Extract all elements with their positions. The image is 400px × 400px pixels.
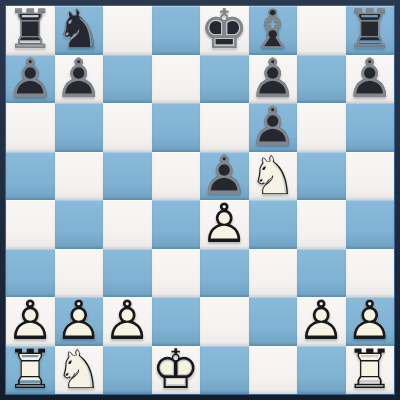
square-g1[interactable] [297,346,346,395]
square-f4[interactable] [249,200,298,249]
white-pawn-glyph: ♟ [200,200,249,249]
piece-white-king[interactable]: ♚♔ [152,346,201,395]
piece-white-rook[interactable]: ♜♖ [6,346,55,395]
square-g6[interactable] [297,103,346,152]
piece-white-pawn[interactable]: ♟♙ [346,297,395,346]
square-d3[interactable] [152,249,201,298]
white-pawn-outline: ♙ [55,297,104,346]
square-d6[interactable] [152,103,201,152]
white-knight-outline: ♘ [249,152,298,201]
black-knight-glyph: ♞ [55,6,104,55]
white-pawn-outline: ♙ [297,297,346,346]
piece-black-pawn[interactable]: ♟♙ [200,152,249,201]
chess-board: ♜♖♞♘♚♔♝♗♜♖♟♙♟♙♟♙♟♙♟♙♟♙♞♘♟♙♟♙♟♙♟♙♟♙♟♙♜♖♞♘… [6,6,394,394]
piece-white-pawn[interactable]: ♟♙ [297,297,346,346]
white-pawn-outline: ♙ [103,297,152,346]
black-pawn-glyph: ♟ [6,55,55,104]
square-e6[interactable] [200,103,249,152]
square-c2[interactable]: ♟♙ [103,297,152,346]
black-rook-outline: ♖ [346,6,395,55]
square-f6[interactable]: ♟♙ [249,103,298,152]
white-pawn-glyph: ♟ [55,297,104,346]
square-g2[interactable]: ♟♙ [297,297,346,346]
square-d5[interactable] [152,152,201,201]
black-pawn-glyph: ♟ [249,103,298,152]
piece-black-pawn[interactable]: ♟♙ [55,55,104,104]
square-c6[interactable] [103,103,152,152]
square-h1[interactable]: ♜♖ [346,346,395,395]
square-f2[interactable] [249,297,298,346]
black-pawn-outline: ♙ [346,55,395,104]
square-d4[interactable] [152,200,201,249]
square-a7[interactable]: ♟♙ [6,55,55,104]
piece-white-knight[interactable]: ♞♘ [55,346,104,395]
square-d1[interactable]: ♚♔ [152,346,201,395]
piece-white-pawn[interactable]: ♟♙ [103,297,152,346]
white-pawn-glyph: ♟ [297,297,346,346]
black-pawn-outline: ♙ [249,55,298,104]
piece-black-pawn[interactable]: ♟♙ [6,55,55,104]
piece-black-pawn[interactable]: ♟♙ [249,103,298,152]
white-rook-glyph: ♜ [6,346,55,395]
white-knight-glyph: ♞ [249,152,298,201]
square-e7[interactable] [200,55,249,104]
square-h2[interactable]: ♟♙ [346,297,395,346]
square-b5[interactable] [55,152,104,201]
square-a6[interactable] [6,103,55,152]
piece-black-bishop[interactable]: ♝♗ [249,6,298,55]
square-a2[interactable]: ♟♙ [6,297,55,346]
square-g3[interactable] [297,249,346,298]
square-a8[interactable]: ♜♖ [6,6,55,55]
square-d8[interactable] [152,6,201,55]
black-pawn-outline: ♙ [200,152,249,201]
white-rook-outline: ♖ [6,346,55,395]
white-pawn-glyph: ♟ [346,297,395,346]
square-e5[interactable]: ♟♙ [200,152,249,201]
piece-black-rook[interactable]: ♜♖ [6,6,55,55]
square-e2[interactable] [200,297,249,346]
white-pawn-outline: ♙ [6,297,55,346]
black-rook-outline: ♖ [6,6,55,55]
square-a5[interactable] [6,152,55,201]
white-pawn-outline: ♙ [346,297,395,346]
square-a4[interactable] [6,200,55,249]
square-b8[interactable]: ♞♘ [55,6,104,55]
black-king-glyph: ♚ [200,6,249,55]
square-d7[interactable] [152,55,201,104]
square-f7[interactable]: ♟♙ [249,55,298,104]
white-knight-outline: ♘ [55,346,104,395]
square-a3[interactable] [6,249,55,298]
square-e4[interactable]: ♟♙ [200,200,249,249]
square-b4[interactable] [55,200,104,249]
square-e1[interactable] [200,346,249,395]
square-e8[interactable]: ♚♔ [200,6,249,55]
black-bishop-glyph: ♝ [249,6,298,55]
square-c5[interactable] [103,152,152,201]
square-c7[interactable] [103,55,152,104]
black-pawn-glyph: ♟ [200,152,249,201]
white-pawn-glyph: ♟ [6,297,55,346]
white-rook-glyph: ♜ [346,346,395,395]
square-f3[interactable] [249,249,298,298]
black-rook-glyph: ♜ [346,6,395,55]
square-h5[interactable] [346,152,395,201]
piece-white-pawn[interactable]: ♟♙ [6,297,55,346]
square-h8[interactable]: ♜♖ [346,6,395,55]
black-rook-glyph: ♜ [6,6,55,55]
square-d2[interactable] [152,297,201,346]
black-pawn-glyph: ♟ [249,55,298,104]
square-c8[interactable] [103,6,152,55]
square-g7[interactable] [297,55,346,104]
piece-white-pawn[interactable]: ♟♙ [200,200,249,249]
square-h7[interactable]: ♟♙ [346,55,395,104]
square-g5[interactable] [297,152,346,201]
black-bishop-outline: ♗ [249,6,298,55]
black-knight-outline: ♘ [55,6,104,55]
square-c1[interactable] [103,346,152,395]
piece-white-rook[interactable]: ♜♖ [346,346,395,395]
square-b3[interactable] [55,249,104,298]
square-h6[interactable] [346,103,395,152]
piece-black-pawn[interactable]: ♟♙ [249,55,298,104]
piece-black-knight[interactable]: ♞♘ [55,6,104,55]
black-king-outline: ♔ [200,6,249,55]
black-pawn-outline: ♙ [6,55,55,104]
piece-white-knight[interactable]: ♞♘ [249,152,298,201]
board-frame: ♜♖♞♘♚♔♝♗♜♖♟♙♟♙♟♙♟♙♟♙♟♙♞♘♟♙♟♙♟♙♟♙♟♙♟♙♜♖♞♘… [0,0,400,400]
square-f8[interactable]: ♝♗ [249,6,298,55]
white-rook-outline: ♖ [346,346,395,395]
square-f5[interactable]: ♞♘ [249,152,298,201]
square-a1[interactable]: ♜♖ [6,346,55,395]
square-b1[interactable]: ♞♘ [55,346,104,395]
square-g8[interactable] [297,6,346,55]
piece-black-rook[interactable]: ♜♖ [346,6,395,55]
square-b2[interactable]: ♟♙ [55,297,104,346]
black-pawn-glyph: ♟ [346,55,395,104]
square-f1[interactable] [249,346,298,395]
square-h3[interactable] [346,249,395,298]
white-king-outline: ♔ [152,346,201,395]
square-c3[interactable] [103,249,152,298]
square-g4[interactable] [297,200,346,249]
black-pawn-outline: ♙ [55,55,104,104]
black-pawn-glyph: ♟ [55,55,104,104]
white-pawn-glyph: ♟ [103,297,152,346]
piece-white-pawn[interactable]: ♟♙ [55,297,104,346]
square-h4[interactable] [346,200,395,249]
piece-black-pawn[interactable]: ♟♙ [346,55,395,104]
white-king-glyph: ♚ [152,346,201,395]
square-b7[interactable]: ♟♙ [55,55,104,104]
square-e3[interactable] [200,249,249,298]
white-pawn-outline: ♙ [200,200,249,249]
white-knight-glyph: ♞ [55,346,104,395]
piece-black-king[interactable]: ♚♔ [200,6,249,55]
square-b6[interactable] [55,103,104,152]
square-c4[interactable] [103,200,152,249]
black-pawn-outline: ♙ [249,103,298,152]
